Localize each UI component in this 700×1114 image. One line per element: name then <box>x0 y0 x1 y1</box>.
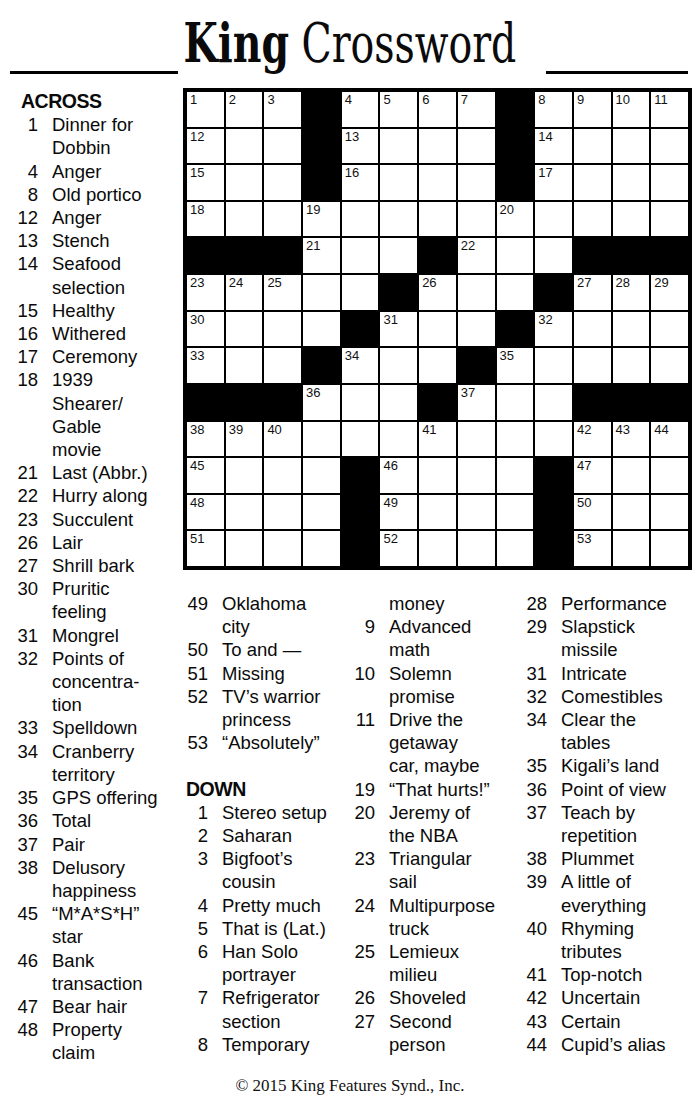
clue-number: 6 <box>185 940 208 963</box>
grid-cell[interactable] <box>496 457 535 494</box>
grid-cell[interactable] <box>457 457 496 494</box>
grid-cell[interactable] <box>263 494 302 531</box>
clue: 53“Absolutely” <box>185 731 355 754</box>
cell-number: 10 <box>616 93 630 107</box>
grid-cell[interactable] <box>612 457 651 494</box>
cell-number: 52 <box>383 532 397 546</box>
grid-cell[interactable]: 20 <box>496 201 535 238</box>
clue-text: Pruritic feeling <box>52 577 183 623</box>
clue-number: 14 <box>15 252 38 275</box>
clue-number: 53 <box>185 731 208 754</box>
black-cell <box>496 91 535 128</box>
clue-text: GPS offering <box>52 786 183 809</box>
grid-cell[interactable] <box>418 494 457 531</box>
title-king: King <box>184 11 289 75</box>
grid-cell[interactable] <box>341 421 380 458</box>
clue-number: 37 <box>524 801 547 824</box>
cell-number: 12 <box>190 130 204 144</box>
clue-text: Uncertain <box>561 986 700 1009</box>
clue-number: 50 <box>185 638 208 661</box>
grid-cell[interactable] <box>379 201 418 238</box>
clue: 52TV’s warrior princess <box>185 685 355 731</box>
clue: 6Han Solo portrayer <box>185 940 355 986</box>
grid-cell[interactable]: 1 <box>186 91 225 128</box>
clue-text: Withered <box>52 322 183 345</box>
cell-number: 31 <box>383 313 397 327</box>
grid-cell[interactable]: 50 <box>573 494 612 531</box>
clue-number: 35 <box>524 754 547 777</box>
clue-text: Dinner for Dobbin <box>52 113 183 159</box>
grid-cell[interactable] <box>225 494 264 531</box>
grid-cell[interactable]: 3 <box>263 91 302 128</box>
clue-text: “That hurts!” <box>389 778 524 801</box>
grid-cell[interactable] <box>457 201 496 238</box>
clue: 39A little of everything <box>524 870 700 916</box>
clue: 40Rhyming tributes <box>524 917 700 963</box>
bottom-column-3: 28Performance29Slapstick missile31Intric… <box>524 592 700 1056</box>
clue-number: 35 <box>15 786 38 809</box>
clue-text: Points of concentra- tion <box>52 647 183 717</box>
grid-cell[interactable] <box>650 164 689 201</box>
black-cell <box>534 457 573 494</box>
grid-cell[interactable] <box>612 530 651 567</box>
clue: 26Shoveled <box>352 986 524 1009</box>
clue-text: “M*A*S*H” star <box>52 902 183 948</box>
cell-number: 7 <box>461 93 468 107</box>
clue-number: 9 <box>352 615 375 638</box>
grid-cell[interactable] <box>457 274 496 311</box>
grid-cell[interactable] <box>650 494 689 531</box>
page-title-text: King Crossword <box>184 13 517 74</box>
grid-cell[interactable]: 38 <box>186 421 225 458</box>
clue-text: TV’s warrior princess <box>222 685 355 731</box>
clue-number: 10 <box>352 662 375 685</box>
grid-cell[interactable] <box>650 128 689 165</box>
grid-cell[interactable]: 28 <box>612 274 651 311</box>
grid-cell[interactable]: 22 <box>457 237 496 274</box>
clue: 47Bear hair <box>15 995 183 1018</box>
grid-cell[interactable] <box>263 457 302 494</box>
grid-cell[interactable] <box>457 164 496 201</box>
grid-cell[interactable] <box>302 421 341 458</box>
clue-text: Performance <box>561 592 700 615</box>
grid-cell[interactable] <box>418 311 457 348</box>
grid-cell[interactable] <box>379 164 418 201</box>
cell-number: 38 <box>190 423 204 437</box>
black-cell <box>650 384 689 421</box>
cell-number: 21 <box>306 239 320 253</box>
grid-cell[interactable] <box>225 457 264 494</box>
grid-cell[interactable] <box>534 421 573 458</box>
clue-text: Han Solo portrayer <box>222 940 355 986</box>
clue-number: 16 <box>15 322 38 345</box>
clue: 43Certain <box>524 1010 700 1033</box>
grid-cell[interactable] <box>496 530 535 567</box>
cell-number: 34 <box>345 349 359 363</box>
clue-number: 49 <box>185 592 208 615</box>
cell-number: 33 <box>190 349 204 363</box>
grid-cell[interactable]: 4 <box>341 91 380 128</box>
clue: 27Second person <box>352 1010 524 1056</box>
clue-number: 19 <box>352 778 375 801</box>
cell-number: 17 <box>538 166 552 180</box>
grid-cell[interactable]: 35 <box>496 347 535 384</box>
clue: 25Lemieux milieu <box>352 940 524 986</box>
clue-number: 11 <box>352 708 375 731</box>
cell-number: 27 <box>577 276 591 290</box>
cell-number: 19 <box>306 203 320 217</box>
grid-cell[interactable] <box>225 201 264 238</box>
clue: 35Kigali’s land <box>524 754 700 777</box>
clue-text: Saharan <box>222 824 355 847</box>
grid-cell[interactable] <box>418 457 457 494</box>
grid-cell[interactable] <box>225 311 264 348</box>
clue-number: 18 <box>15 368 38 391</box>
grid-cell[interactable]: 39 <box>225 421 264 458</box>
grid-cell[interactable]: 7 <box>457 91 496 128</box>
black-cell <box>496 128 535 165</box>
black-cell <box>302 164 341 201</box>
cell-number: 40 <box>267 423 281 437</box>
grid-cell[interactable]: 33 <box>186 347 225 384</box>
grid-cell[interactable]: 23 <box>186 274 225 311</box>
clue-text: 1939 Shearer/ Gable movie <box>52 368 183 461</box>
clue-number: 5 <box>185 917 208 940</box>
grid-cell[interactable] <box>650 457 689 494</box>
cell-number: 46 <box>383 459 397 473</box>
black-cell <box>573 384 612 421</box>
clue-text: Lair <box>52 531 183 554</box>
clue: 31Intricate <box>524 662 700 685</box>
black-cell <box>263 384 302 421</box>
grid-cell[interactable] <box>457 311 496 348</box>
grid-cell[interactable]: 2 <box>225 91 264 128</box>
clue-text: Delusory happiness <box>52 856 183 902</box>
grid-cell[interactable] <box>496 384 535 421</box>
grid-cell[interactable]: 48 <box>186 494 225 531</box>
grid-cell[interactable]: 43 <box>612 421 651 458</box>
grid-cell[interactable]: 26 <box>418 274 457 311</box>
grid-cell[interactable] <box>496 421 535 458</box>
clue-text: Stench <box>52 229 183 252</box>
clue: 1Dinner for Dobbin <box>15 113 183 159</box>
clue: 16Withered <box>15 322 183 345</box>
clue-number: 32 <box>524 685 547 708</box>
grid-cell[interactable]: 8 <box>534 91 573 128</box>
clue-text: Drive the getaway car, maybe <box>389 708 524 778</box>
clue-number: 4 <box>15 160 38 183</box>
clue-number: 17 <box>15 345 38 368</box>
across-clue-list-continued: 49Oklahoma city50To and —51Missing52TV’s… <box>185 592 355 754</box>
clue-text: Missing <box>222 662 355 685</box>
clue: 21Last (Abbr.) <box>15 461 183 484</box>
grid-cell[interactable] <box>534 237 573 274</box>
grid-cell[interactable] <box>341 384 380 421</box>
clue-number: 23 <box>15 508 38 531</box>
clue-text: money <box>389 592 524 615</box>
grid-cell[interactable]: 31 <box>379 311 418 348</box>
clue-number: 41 <box>524 963 547 986</box>
grid-cell[interactable] <box>379 384 418 421</box>
grid-cell[interactable] <box>263 128 302 165</box>
clue-number: 45 <box>15 902 38 925</box>
grid-cell[interactable] <box>341 237 380 274</box>
grid-cell[interactable] <box>650 530 689 567</box>
clue: 38Plummet <box>524 847 700 870</box>
grid-cell[interactable] <box>225 347 264 384</box>
black-cell <box>341 530 380 567</box>
grid-cell[interactable]: 53 <box>573 530 612 567</box>
clue: 28Performance <box>524 592 700 615</box>
cell-number: 13 <box>345 130 359 144</box>
grid-cell[interactable] <box>302 457 341 494</box>
clue-number: 48 <box>15 1018 38 1041</box>
grid-cell[interactable] <box>457 494 496 531</box>
grid-cell[interactable]: 40 <box>263 421 302 458</box>
grid-cell[interactable] <box>496 274 535 311</box>
clue-number: 37 <box>15 833 38 856</box>
clue-text: Plummet <box>561 847 700 870</box>
grid-cell[interactable]: 45 <box>186 457 225 494</box>
grid-cell[interactable]: 24 <box>225 274 264 311</box>
grid-cell[interactable] <box>263 201 302 238</box>
clue: 36Total <box>15 809 183 832</box>
black-cell <box>534 274 573 311</box>
grid-cell[interactable] <box>263 530 302 567</box>
clue-number: 38 <box>15 856 38 879</box>
grid-cell[interactable] <box>457 530 496 567</box>
clue-text: To and — <box>222 638 355 661</box>
grid-cell[interactable] <box>418 201 457 238</box>
grid-cell[interactable]: 30 <box>186 311 225 348</box>
clue: 48Property claim <box>15 1018 183 1064</box>
cell-number: 45 <box>190 459 204 473</box>
grid-cell[interactable] <box>650 311 689 348</box>
grid-cell[interactable] <box>612 347 651 384</box>
grid-cell[interactable]: 13 <box>341 128 380 165</box>
grid-cell[interactable]: 11 <box>650 91 689 128</box>
grid-cell[interactable] <box>612 128 651 165</box>
clue-number: 8 <box>185 1033 208 1056</box>
cell-number: 39 <box>229 423 243 437</box>
clue: 23Triangular sail <box>352 847 524 893</box>
clue: 27Shrill bark <box>15 554 183 577</box>
grid-cell[interactable] <box>612 311 651 348</box>
grid-cell[interactable]: 18 <box>186 201 225 238</box>
cell-number: 30 <box>190 313 204 327</box>
cell-number: 9 <box>577 93 584 107</box>
grid-cell[interactable] <box>496 494 535 531</box>
clue-text: Hurry along <box>52 484 183 507</box>
cell-number: 24 <box>229 276 243 290</box>
grid-cell[interactable] <box>302 311 341 348</box>
clue: 20Jeremy of the NBA <box>352 801 524 847</box>
clue-text: Teach by repetition <box>561 801 700 847</box>
clue-text: Kigali’s land <box>561 754 700 777</box>
black-cell <box>418 237 457 274</box>
grid-cell[interactable]: 16 <box>341 164 380 201</box>
clue: 3Bigfoot’s cousin <box>185 847 355 893</box>
grid-cell[interactable] <box>225 164 264 201</box>
grid-cell[interactable]: 15 <box>186 164 225 201</box>
grid-cell[interactable] <box>341 201 380 238</box>
clue: 46Bank transaction <box>15 949 183 995</box>
grid-cell[interactable]: 27 <box>573 274 612 311</box>
grid-cell[interactable] <box>341 274 380 311</box>
grid-cell[interactable]: 46 <box>379 457 418 494</box>
grid-cell[interactable] <box>379 128 418 165</box>
grid-cell[interactable]: 12 <box>186 128 225 165</box>
clue-number: 1 <box>15 113 38 136</box>
page: King Crossword 1234567891011121314151617… <box>0 0 700 1114</box>
grid-cell[interactable] <box>379 421 418 458</box>
cell-number: 22 <box>461 239 475 253</box>
grid-cell[interactable]: 25 <box>263 274 302 311</box>
clue: 51Missing <box>185 662 355 685</box>
grid-cell[interactable] <box>225 128 264 165</box>
grid-cell[interactable] <box>418 347 457 384</box>
clue: 37Teach by repetition <box>524 801 700 847</box>
clue-text: Mongrel <box>52 624 183 647</box>
clue: 15Healthy <box>15 299 183 322</box>
clue: 13Stench <box>15 229 183 252</box>
grid-cell[interactable] <box>379 237 418 274</box>
clue-number: 32 <box>15 647 38 670</box>
clue-text: Multipurpose truck <box>389 894 524 940</box>
cell-number: 20 <box>500 203 514 217</box>
clue-text: Second person <box>389 1010 524 1056</box>
grid-cell[interactable]: 51 <box>186 530 225 567</box>
cell-number: 32 <box>538 313 552 327</box>
grid-cell[interactable]: 10 <box>612 91 651 128</box>
grid-cell[interactable]: 44 <box>650 421 689 458</box>
grid-cell[interactable]: 21 <box>302 237 341 274</box>
grid-cell[interactable]: 9 <box>573 91 612 128</box>
grid-cell[interactable] <box>650 347 689 384</box>
grid-cell[interactable]: 42 <box>573 421 612 458</box>
grid-cell[interactable] <box>573 128 612 165</box>
grid-cell[interactable]: 47 <box>573 457 612 494</box>
grid-cell[interactable]: 36 <box>302 384 341 421</box>
clue-number: 44 <box>524 1033 547 1056</box>
grid-cell[interactable]: 5 <box>379 91 418 128</box>
grid-cell[interactable] <box>650 201 689 238</box>
grid-cell[interactable] <box>263 164 302 201</box>
grid-cell[interactable] <box>457 421 496 458</box>
cell-number: 23 <box>190 276 204 290</box>
grid-cell[interactable] <box>418 128 457 165</box>
clue-text: Bear hair <box>52 995 183 1018</box>
cell-number: 37 <box>461 386 475 400</box>
clue-text: Total <box>52 809 183 832</box>
clue-text: A little of everything <box>561 870 700 916</box>
clue-text: Solemn promise <box>389 662 524 708</box>
clue: 19“That hurts!” <box>352 778 524 801</box>
grid-cell[interactable] <box>379 347 418 384</box>
grid-cell[interactable] <box>534 347 573 384</box>
clue-text: Slapstick missile <box>561 615 700 661</box>
grid-cell[interactable] <box>573 347 612 384</box>
grid-cell[interactable] <box>573 201 612 238</box>
cell-number: 29 <box>654 276 668 290</box>
grid-cell[interactable]: 41 <box>418 421 457 458</box>
clue-text: Clear the tables <box>561 708 700 754</box>
black-cell <box>379 274 418 311</box>
grid-cell[interactable] <box>534 201 573 238</box>
clue: 11Drive the getaway car, maybe <box>352 708 524 778</box>
grid-cell[interactable] <box>612 164 651 201</box>
clue-text: Bigfoot’s cousin <box>222 847 355 893</box>
grid-cell[interactable]: 49 <box>379 494 418 531</box>
clue-number: 8 <box>15 183 38 206</box>
grid-cell[interactable] <box>496 237 535 274</box>
clue-text: Jeremy of the NBA <box>389 801 524 847</box>
grid-cell[interactable] <box>612 494 651 531</box>
clue: 37Pair <box>15 833 183 856</box>
clue: 8Temporary <box>185 1033 355 1056</box>
grid-cell[interactable]: 17 <box>534 164 573 201</box>
clue: 26Lair <box>15 531 183 554</box>
grid-cell[interactable] <box>302 530 341 567</box>
clue: 17Ceremony <box>15 345 183 368</box>
grid-cell[interactable]: 29 <box>650 274 689 311</box>
grid-cell[interactable] <box>612 201 651 238</box>
grid-cell[interactable] <box>534 384 573 421</box>
clue: 1Stereo setup <box>185 801 355 824</box>
grid-cell[interactable] <box>418 530 457 567</box>
black-cell <box>457 347 496 384</box>
grid-cell[interactable]: 32 <box>534 311 573 348</box>
clue: 9Advanced math <box>352 615 524 661</box>
clue-number: 51 <box>185 662 208 685</box>
black-cell <box>225 384 264 421</box>
grid-cell[interactable] <box>263 311 302 348</box>
copyright: © 2015 King Features Synd., Inc. <box>0 1076 700 1096</box>
grid-cell[interactable] <box>573 311 612 348</box>
grid-cell[interactable]: 37 <box>457 384 496 421</box>
clue: 45“M*A*S*H” star <box>15 902 183 948</box>
clue-text: Intricate <box>561 662 700 685</box>
clue-text: Last (Abbr.) <box>52 461 183 484</box>
black-cell <box>496 164 535 201</box>
grid-cell[interactable]: 14 <box>534 128 573 165</box>
grid-cell[interactable]: 6 <box>418 91 457 128</box>
clue-text: Cranberry territory <box>52 740 183 786</box>
black-cell <box>612 384 651 421</box>
clue: 38Delusory happiness <box>15 856 183 902</box>
clue-text: Cupid’s alias <box>561 1033 700 1056</box>
grid-cell[interactable] <box>225 530 264 567</box>
grid-cell[interactable] <box>302 494 341 531</box>
clue: 49Oklahoma city <box>185 592 355 638</box>
clue: 8Old portico <box>15 183 183 206</box>
cell-number: 26 <box>422 276 436 290</box>
grid-cell[interactable]: 19 <box>302 201 341 238</box>
clue-number: 39 <box>524 870 547 893</box>
clue: 4Pretty much <box>185 894 355 917</box>
grid-cell[interactable]: 52 <box>379 530 418 567</box>
grid-cell[interactable] <box>302 274 341 311</box>
grid-cell[interactable] <box>263 347 302 384</box>
grid-cell[interactable]: 34 <box>341 347 380 384</box>
grid-cell[interactable] <box>573 164 612 201</box>
grid-cell[interactable] <box>457 128 496 165</box>
grid-cell[interactable] <box>418 164 457 201</box>
clue: 32Points of concentra- tion <box>15 647 183 717</box>
cell-number: 50 <box>577 496 591 510</box>
black-cell <box>263 237 302 274</box>
clue-number: 13 <box>15 229 38 252</box>
